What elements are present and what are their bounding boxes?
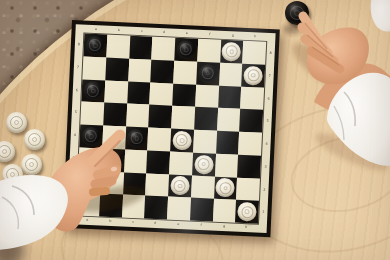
board-square[interactable] <box>145 173 169 197</box>
board-square[interactable] <box>174 38 198 62</box>
board-square[interactable] <box>102 126 126 150</box>
coordinate-label: 3 <box>71 149 77 169</box>
coordinate-label: 7 <box>75 58 81 78</box>
black-checker[interactable] <box>81 126 101 146</box>
white-checker-captured[interactable] <box>6 112 27 133</box>
board-square[interactable] <box>100 171 124 195</box>
board-square[interactable] <box>83 34 107 58</box>
coordinate-label: 6 <box>74 80 80 100</box>
coordinate-label: b <box>100 219 120 224</box>
white-checker-captured[interactable] <box>2 164 23 185</box>
board-square[interactable] <box>125 127 149 151</box>
coordinate-label: c <box>132 29 152 34</box>
black-checker[interactable] <box>103 150 123 170</box>
board-square[interactable] <box>172 83 196 107</box>
black-checker[interactable] <box>127 129 147 149</box>
black-checker-on-table[interactable] <box>285 1 309 25</box>
board-square[interactable] <box>81 79 105 103</box>
coordinate-label: h <box>245 34 265 39</box>
coordinate-label: 1 <box>69 194 75 214</box>
coordinate-label: g <box>214 224 234 229</box>
coordinate-label: f <box>200 32 220 37</box>
coordinate-label: a <box>78 218 98 223</box>
white-checker[interactable] <box>172 131 192 151</box>
black-checker[interactable] <box>198 63 218 83</box>
black-checker[interactable] <box>176 40 196 60</box>
board-square[interactable] <box>79 124 103 148</box>
coordinate-label: 8 <box>268 44 274 64</box>
board-square[interactable] <box>129 36 153 60</box>
board-square[interactable] <box>219 62 243 86</box>
board-square[interactable] <box>241 64 265 88</box>
black-checker[interactable] <box>85 36 105 56</box>
board-square[interactable] <box>167 197 191 221</box>
coordinate-label: 5 <box>265 112 271 132</box>
board-square[interactable] <box>128 58 152 82</box>
board-square[interactable] <box>127 81 151 105</box>
coordinate-label: 3 <box>263 157 269 177</box>
photo-scene: abcdefgh abcdefgh 87654321 87654321 <box>0 0 390 260</box>
coordinate-label: d <box>154 30 174 35</box>
board-square[interactable] <box>216 131 240 155</box>
board-square[interactable] <box>104 80 128 104</box>
coordinate-label: 4 <box>72 126 78 146</box>
board-square[interactable] <box>123 172 147 196</box>
white-checker[interactable] <box>194 154 214 174</box>
coordinate-label: g <box>223 33 243 38</box>
white-checker-captured[interactable] <box>21 154 42 175</box>
checkers-board: abcdefgh abcdefgh 87654321 87654321 <box>63 20 280 237</box>
coordinate-label: 1 <box>260 203 266 223</box>
board-square[interactable] <box>190 198 214 222</box>
board-square[interactable] <box>214 176 238 200</box>
board-square[interactable] <box>239 109 263 133</box>
black-checker[interactable] <box>79 172 99 192</box>
board-square[interactable] <box>218 85 242 109</box>
board-square[interactable] <box>147 128 171 152</box>
board-square[interactable] <box>197 39 221 63</box>
board-square[interactable] <box>146 150 170 174</box>
board-square[interactable] <box>144 196 168 220</box>
coordinate-label: 2 <box>262 180 268 200</box>
board-square[interactable] <box>76 193 100 217</box>
coordinate-label: e <box>168 222 188 227</box>
white-checker[interactable] <box>222 42 242 62</box>
board-square[interactable] <box>78 147 102 171</box>
board-square[interactable] <box>215 153 239 177</box>
board-square[interactable] <box>105 57 129 81</box>
board-square[interactable] <box>80 102 104 126</box>
board-square[interactable] <box>101 148 125 172</box>
coordinate-label: d <box>146 221 166 226</box>
coordinate-label: 6 <box>266 89 272 109</box>
board-square[interactable] <box>236 177 260 201</box>
board-square[interactable] <box>240 86 264 110</box>
board-square[interactable] <box>99 194 123 218</box>
coordinate-label: 5 <box>73 103 79 123</box>
board-square[interactable] <box>193 130 217 154</box>
board-square[interactable] <box>191 175 215 199</box>
white-checker[interactable] <box>215 178 235 198</box>
board-square[interactable] <box>124 149 148 173</box>
board-square[interactable] <box>151 59 175 83</box>
coordinate-label: e <box>177 31 197 36</box>
white-checker[interactable] <box>243 65 263 85</box>
coordinate-label: a <box>86 27 106 32</box>
board-square[interactable] <box>238 132 262 156</box>
board-square[interactable] <box>192 152 216 176</box>
board-square[interactable] <box>217 108 241 132</box>
board-square[interactable] <box>149 82 173 106</box>
coordinate-label: 7 <box>267 66 273 86</box>
board-grid <box>76 34 266 224</box>
board-square[interactable] <box>173 60 197 84</box>
board-square[interactable] <box>170 129 194 153</box>
board-square[interactable] <box>126 104 150 128</box>
white-checker-captured[interactable] <box>24 129 45 150</box>
board-square[interactable] <box>237 154 261 178</box>
board-square[interactable] <box>171 106 195 130</box>
board-square[interactable] <box>194 107 218 131</box>
board-square[interactable] <box>242 41 266 65</box>
board-square[interactable] <box>82 56 106 80</box>
board-square[interactable] <box>148 105 172 129</box>
coordinate-label: 4 <box>264 135 270 155</box>
coordinate-label: 2 <box>70 171 76 191</box>
board-square[interactable] <box>195 84 219 108</box>
board-margin: abcdefgh abcdefgh 87654321 87654321 <box>67 24 276 233</box>
white-checker[interactable] <box>170 176 190 196</box>
board-square[interactable] <box>168 174 192 198</box>
coordinate-label: b <box>109 28 129 33</box>
coordinate-label: c <box>123 220 143 225</box>
board-square[interactable] <box>169 151 193 175</box>
black-checker[interactable] <box>83 81 103 101</box>
board-square[interactable] <box>106 35 130 59</box>
board-square[interactable] <box>77 170 101 194</box>
board-square[interactable] <box>122 195 146 219</box>
board-square[interactable] <box>196 61 220 85</box>
board-square[interactable] <box>235 200 259 224</box>
board-square[interactable] <box>220 40 244 64</box>
board-square[interactable] <box>213 199 237 223</box>
coordinate-label: 8 <box>76 35 82 55</box>
board-square[interactable] <box>152 37 176 61</box>
coordinate-label: h <box>237 225 257 230</box>
white-checker[interactable] <box>237 202 257 222</box>
coordinate-label: f <box>191 223 211 228</box>
board-square[interactable] <box>103 103 127 127</box>
